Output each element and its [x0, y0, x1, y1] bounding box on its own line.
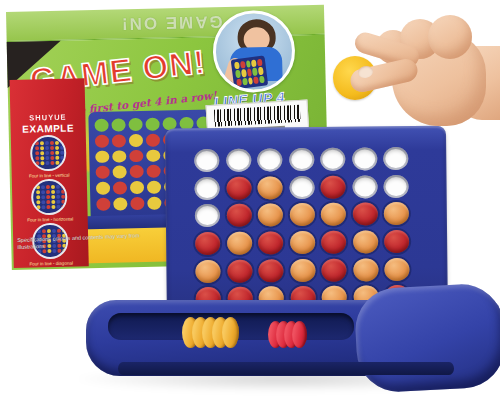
example-dot [62, 229, 66, 233]
example-dot [45, 151, 49, 155]
girl-mini-board [231, 55, 269, 89]
girl-board-dot [235, 70, 241, 78]
example-dot [60, 146, 64, 150]
girl-board-dot [234, 62, 240, 70]
example-dot [45, 156, 49, 160]
example-dot [36, 185, 40, 189]
example-dot [62, 249, 66, 253]
example-dot [40, 156, 44, 160]
example-dot [61, 190, 65, 194]
girl-board-dot [258, 67, 264, 75]
girl-board-dot [242, 78, 248, 86]
board-cell-r2c4-empty [289, 176, 314, 199]
yellow-coin [222, 317, 239, 348]
example-dot [41, 205, 45, 209]
board-cell-r2c1-empty [195, 177, 220, 200]
example-dots [32, 137, 65, 170]
board-cell-r1c3-empty [257, 149, 282, 172]
example-dot [41, 190, 45, 194]
box-art-dot [145, 118, 159, 131]
box-art-dot [112, 134, 126, 147]
example-dot [35, 161, 39, 165]
example-dot [45, 141, 49, 145]
finger-knuckle [428, 15, 472, 59]
example-dot [40, 161, 44, 165]
example-dot [61, 200, 65, 204]
example-dot [36, 190, 40, 194]
board-cell-r1c7-empty [383, 147, 408, 170]
board-cell-r3c1-empty [195, 204, 220, 227]
board-cell-r4c1-red [195, 232, 220, 255]
box-art-dot [130, 181, 144, 194]
example-dot [61, 195, 65, 199]
example-dot [50, 146, 54, 150]
board-cell-r4c7-red [384, 230, 409, 253]
example-dot [55, 151, 59, 155]
box-art-dot [95, 150, 109, 163]
yellow-disc-stack [182, 317, 239, 348]
box-art-dot [147, 197, 161, 210]
box-art-dot [129, 134, 143, 147]
panel-heading: EXAMPLE [11, 122, 86, 135]
example-dot [50, 151, 54, 155]
board-cell-r3c6-red [352, 203, 377, 226]
example-dot [46, 185, 50, 189]
girl-board-dot [248, 77, 254, 85]
box-art-dot [113, 166, 127, 179]
box-art-dot [130, 197, 144, 210]
girl-board-dot [259, 75, 265, 83]
example-dot [60, 161, 64, 165]
girl-board-dot [236, 78, 242, 86]
example-caption: Four in line - vertical [14, 172, 85, 179]
example-dot [46, 205, 50, 209]
board-cell-r2c5-red [321, 175, 346, 198]
example-dot [42, 249, 46, 253]
example-dot [61, 185, 65, 189]
example-dot [56, 205, 60, 209]
board-cell-r3c4-orange [289, 203, 314, 226]
example-dot [41, 200, 45, 204]
product-photo-scene: GAME ON! GAME ON! be the first to get 4 … [0, 0, 500, 408]
example-dot [51, 205, 55, 209]
example-image-vertical [30, 135, 67, 172]
example-dot [56, 200, 60, 204]
box-art-dot [130, 165, 144, 178]
example-dot [52, 249, 56, 253]
example-dot [47, 249, 51, 253]
example-dot [51, 195, 55, 199]
board-cell-r5c1-orange [196, 260, 221, 283]
example-dot [60, 141, 64, 145]
board-cell-r1c6-empty [352, 148, 377, 171]
board-cell-r3c5-orange [321, 203, 346, 226]
board-cell-r3c3-orange [258, 204, 283, 227]
board-grid [191, 145, 413, 313]
board-cell-r4c3-red [258, 231, 283, 254]
example-caption: Four in line - horizontal [15, 216, 86, 223]
example-dot [35, 156, 39, 160]
board-cell-r2c3-orange [258, 176, 283, 199]
example-dot [56, 185, 60, 189]
example-dot [37, 229, 41, 233]
board-cell-r3c7-orange [384, 202, 409, 225]
board-cell-r2c6-empty [352, 175, 377, 198]
example-dot [52, 229, 56, 233]
girl-board-dot [253, 76, 259, 84]
example-dot [55, 161, 59, 165]
example-dot [50, 161, 54, 165]
example-dot [35, 151, 39, 155]
red-coin [292, 321, 307, 348]
girl-board-dot [246, 60, 252, 68]
barcode [214, 105, 301, 127]
box-art-dot [147, 181, 161, 194]
box-art-dot [111, 118, 125, 131]
brand-name: SHUYUE [10, 112, 85, 123]
box-art-dot [113, 197, 127, 210]
example-dot [55, 156, 59, 160]
example-dot [41, 185, 45, 189]
girl-board-dot [241, 69, 247, 77]
example-dot [40, 151, 44, 155]
board-cell-r4c2-orange [227, 232, 252, 255]
example-dot [35, 146, 39, 150]
example-dot [46, 200, 50, 204]
example-dot [40, 146, 44, 150]
example-dot [36, 205, 40, 209]
box-art-dot [128, 118, 142, 131]
box-art-dot [96, 198, 110, 211]
example-dot [57, 229, 61, 233]
box-art-dot [113, 182, 127, 195]
board-cell-r5c6-orange [353, 258, 378, 281]
example-dot [60, 151, 64, 155]
tray-right-end-cap [353, 282, 500, 394]
board-cell-r1c1-empty [194, 149, 219, 172]
example-dot [51, 200, 55, 204]
board-cell-r4c6-orange [353, 230, 378, 253]
girl-board-dot [247, 69, 253, 77]
red-disc-stack [268, 321, 307, 348]
box-art-dot [96, 182, 110, 195]
board-cell-r1c4-empty [289, 148, 314, 171]
tray-front-lip [118, 362, 454, 375]
example-dot [45, 146, 49, 150]
example-dot [55, 141, 59, 145]
box-art-dot [129, 150, 143, 163]
box-art-dot [146, 149, 160, 162]
example-dot [47, 229, 51, 233]
board-cell-r2c7-empty [384, 175, 409, 198]
board-cell-r3c2-red [226, 204, 251, 227]
example-dot [36, 200, 40, 204]
example-dot [41, 195, 45, 199]
box-art-dot [94, 119, 108, 132]
example-dot [46, 190, 50, 194]
example-dot [35, 141, 39, 145]
example-dot [56, 190, 60, 194]
board-cell-r5c4-orange [290, 259, 315, 282]
example-dot [50, 156, 54, 160]
child-hand [328, 14, 500, 132]
board-cell-r5c3-red [259, 259, 284, 282]
box-art-dot [95, 135, 109, 148]
board-cell-r4c4-orange [290, 231, 315, 254]
example-dot [56, 195, 60, 199]
board-cell-r1c2-empty [226, 149, 251, 172]
box-art-dot [147, 165, 161, 178]
board-cell-r5c5-red [322, 258, 347, 281]
example-caption: Four in line - diagonal [16, 260, 87, 267]
example-image-horizontal [31, 179, 68, 216]
example-dot [57, 249, 61, 253]
board-cell-r1c5-empty [320, 148, 345, 171]
board-cell-r5c2-red [227, 259, 252, 282]
example-dot [45, 161, 49, 165]
box-art-dot [146, 133, 160, 146]
example-dot [51, 190, 55, 194]
example-dot [40, 141, 44, 145]
girl-board-dot [252, 68, 258, 76]
girl-board-dot [240, 61, 246, 69]
board-cell-r5c7-orange [385, 258, 410, 281]
example-dot [60, 156, 64, 160]
example-dot [36, 195, 40, 199]
box-art-dot [112, 150, 126, 163]
example-dots [33, 181, 66, 214]
example-dot [61, 205, 65, 209]
girl-board-dot [257, 59, 263, 67]
board-cell-r4c5-red [321, 231, 346, 254]
example-dot [51, 185, 55, 189]
girl-board-dot [251, 60, 257, 68]
board-cell-r2c2-red [226, 176, 251, 199]
box-art-dot [96, 166, 110, 179]
example-dot [42, 229, 46, 233]
example-dot [37, 249, 41, 253]
example-dot [55, 146, 59, 150]
example-dot [46, 195, 50, 199]
example-dot [50, 141, 54, 145]
